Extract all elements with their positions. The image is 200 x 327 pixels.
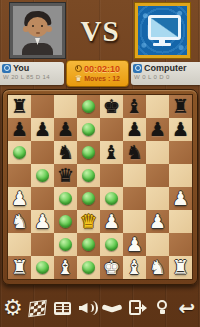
square-e7[interactable] [100,118,123,141]
new-game-button[interactable] [26,295,50,321]
white-pawn-f2[interactable]: ♟ [126,233,143,256]
square-a7[interactable]: ♟ [8,118,31,141]
black-rook-a8[interactable]: ♜ [11,95,28,118]
black-pawn-a7[interactable]: ♟ [11,118,28,141]
undo-button[interactable]: ↩ [175,295,199,321]
square-c5[interactable]: ♛ [54,164,77,187]
speaker-icon [78,300,98,316]
gear-icon: ⚙ [3,296,23,320]
black-pawn-g7[interactable]: ♟ [149,118,166,141]
legal-move-dot[interactable] [82,238,95,251]
square-h6[interactable] [169,141,192,164]
square-d5[interactable] [77,164,100,187]
black-knight-c6[interactable]: ♞ [57,141,74,164]
square-h2[interactable] [169,233,192,256]
square-g1[interactable]: ♞ [146,256,169,279]
black-bishop-e6[interactable]: ♝ [103,141,120,164]
legal-move-dot[interactable] [59,215,72,228]
computer-badge-icon [133,64,142,73]
square-f6[interactable]: ♞ [123,141,146,164]
undo-arrow-icon: ↩ [179,297,196,319]
square-d6[interactable] [77,141,100,164]
square-g4[interactable] [146,187,169,210]
exit-door-icon [128,300,146,316]
player-avatar [10,3,65,58]
square-c4[interactable] [54,187,77,210]
square-a3[interactable]: ♞ [8,210,31,233]
hint-button[interactable] [150,295,174,321]
square-h8[interactable]: ♜ [169,95,192,118]
square-e3[interactable]: ♟ [100,210,123,233]
notation-button[interactable] [51,295,75,321]
white-queen-d3[interactable]: ♛ [80,210,97,233]
move-counter: Moves : 12 [84,74,120,84]
avatar-face [27,17,48,37]
square-d1[interactable] [77,256,100,279]
player-record: W 20 L 85 D 14 [2,73,62,81]
clock-icon [75,65,82,72]
black-queen-c5[interactable]: ♛ [57,164,74,187]
square-b1[interactable] [31,256,54,279]
square-a8[interactable]: ♜ [8,95,31,118]
white-pawn-h4[interactable]: ♟ [172,187,189,210]
square-g8[interactable] [146,95,169,118]
vs-label: VS [72,15,128,48]
square-g2[interactable] [146,233,169,256]
square-a6[interactable] [8,141,31,164]
white-knight-g1[interactable]: ♞ [149,256,166,279]
black-king-e8[interactable]: ♚ [103,95,120,118]
white-knight-a3[interactable]: ♞ [11,210,28,233]
square-b2[interactable] [31,233,54,256]
chess-board-frame: ♜♚♝♜♟♟♟♟♟♟♞♝♞♛♟♟♞♟♛♟♟♟♜♝♚♝♞♜ [2,89,198,285]
square-c6[interactable]: ♞ [54,141,77,164]
square-b3[interactable]: ♟ [31,210,54,233]
square-f3[interactable] [123,210,146,233]
square-f7[interactable]: ♟ [123,118,146,141]
square-h4[interactable]: ♟ [169,187,192,210]
black-pawn-f7[interactable]: ♟ [126,118,143,141]
black-pawn-b7[interactable]: ♟ [34,118,51,141]
square-h1[interactable]: ♜ [169,256,192,279]
square-h7[interactable]: ♟ [169,118,192,141]
legal-move-dot[interactable] [36,169,49,182]
computer-name: Computer [144,63,187,73]
black-knight-f6[interactable]: ♞ [126,141,143,164]
player-badge-icon [2,64,11,73]
square-g5[interactable] [146,164,169,187]
player-name: You [13,63,29,73]
chess-app: VS You W 20 L 85 D 14 00:02:10 ♛ Moves :… [0,0,200,327]
white-rook-a1[interactable]: ♜ [11,256,28,279]
square-a1[interactable]: ♜ [8,256,31,279]
legal-move-dot[interactable] [82,123,95,136]
square-d4[interactable] [77,187,100,210]
square-d8[interactable] [77,95,100,118]
legal-move-dot[interactable] [36,261,49,274]
white-pawn-e3[interactable]: ♟ [103,210,120,233]
sound-button[interactable] [76,295,100,321]
chess-board[interactable]: ♜♚♝♜♟♟♟♟♟♟♞♝♞♛♟♟♞♟♛♟♟♟♜♝♚♝♞♜ [8,95,192,279]
square-f8[interactable]: ♝ [123,95,146,118]
square-a4[interactable]: ♟ [8,187,31,210]
square-b8[interactable] [31,95,54,118]
legal-move-dot[interactable] [105,238,118,251]
lightbulb-icon [155,300,169,317]
legal-move-dot[interactable] [59,238,72,251]
handshake-icon [102,301,122,315]
white-bishop-f1[interactable]: ♝ [126,256,143,279]
square-b4[interactable] [31,187,54,210]
legal-move-dot[interactable] [82,169,95,182]
square-e5[interactable] [100,164,123,187]
bottom-toolbar: ⚙ ↩ [0,293,200,323]
square-b5[interactable] [31,164,54,187]
square-f5[interactable] [123,164,146,187]
settings-button[interactable]: ⚙ [1,295,25,321]
white-pawn-g3[interactable]: ♟ [149,210,166,233]
square-c7[interactable]: ♟ [54,118,77,141]
exit-button[interactable] [125,295,149,321]
square-g3[interactable]: ♟ [146,210,169,233]
legal-move-dot[interactable] [105,192,118,205]
legal-move-dot[interactable] [82,146,95,159]
legal-move-dot[interactable] [13,146,26,159]
square-g7[interactable]: ♟ [146,118,169,141]
black-rook-h8[interactable]: ♜ [172,95,189,118]
square-b7[interactable]: ♟ [31,118,54,141]
square-c8[interactable] [54,95,77,118]
square-h3[interactable] [169,210,192,233]
black-pawn-h7[interactable]: ♟ [172,118,189,141]
square-g6[interactable] [146,141,169,164]
square-h5[interactable] [169,164,192,187]
legal-move-dot[interactable] [82,192,95,205]
player-info-you: You W 20 L 85 D 14 [0,62,64,85]
legal-move-dot[interactable] [59,192,72,205]
computer-record: W 0 L 0 D 0 [133,73,198,81]
square-b6[interactable] [31,141,54,164]
square-d2[interactable] [77,233,100,256]
computer-avatar [135,3,190,58]
square-d3[interactable]: ♛ [77,210,100,233]
white-pawn-a4[interactable]: ♟ [11,187,28,210]
square-f4[interactable] [123,187,146,210]
white-rook-h1[interactable]: ♜ [172,256,189,279]
square-a5[interactable] [8,164,31,187]
square-e1[interactable]: ♚ [100,256,123,279]
square-f1[interactable]: ♝ [123,256,146,279]
monitor-icon [148,15,181,40]
game-status-box: 00:02:10 ♛ Moves : 12 [66,60,129,87]
square-d7[interactable] [77,118,100,141]
square-a2[interactable] [8,233,31,256]
square-f2[interactable]: ♟ [123,233,146,256]
book-icon [54,302,71,315]
black-pawn-c7[interactable]: ♟ [57,118,74,141]
square-c2[interactable] [54,233,77,256]
offer-draw-button[interactable] [100,295,124,321]
square-e2[interactable] [100,233,123,256]
white-king-e1[interactable]: ♚ [103,256,120,279]
square-e6[interactable]: ♝ [100,141,123,164]
legal-move-dot[interactable] [82,100,95,113]
white-bishop-c1[interactable]: ♝ [57,256,74,279]
white-pawn-b3[interactable]: ♟ [34,210,51,233]
square-e8[interactable]: ♚ [100,95,123,118]
legal-move-dot[interactable] [82,261,95,274]
game-timer: 00:02:10 [84,64,120,74]
crown-icon: ♛ [75,75,82,83]
black-bishop-f8[interactable]: ♝ [126,95,143,118]
square-c3[interactable] [54,210,77,233]
player-info-computer: Computer W 0 L 0 D 0 [131,62,200,85]
square-c1[interactable]: ♝ [54,256,77,279]
square-e4[interactable] [100,187,123,210]
chessboard-icon [29,299,47,317]
